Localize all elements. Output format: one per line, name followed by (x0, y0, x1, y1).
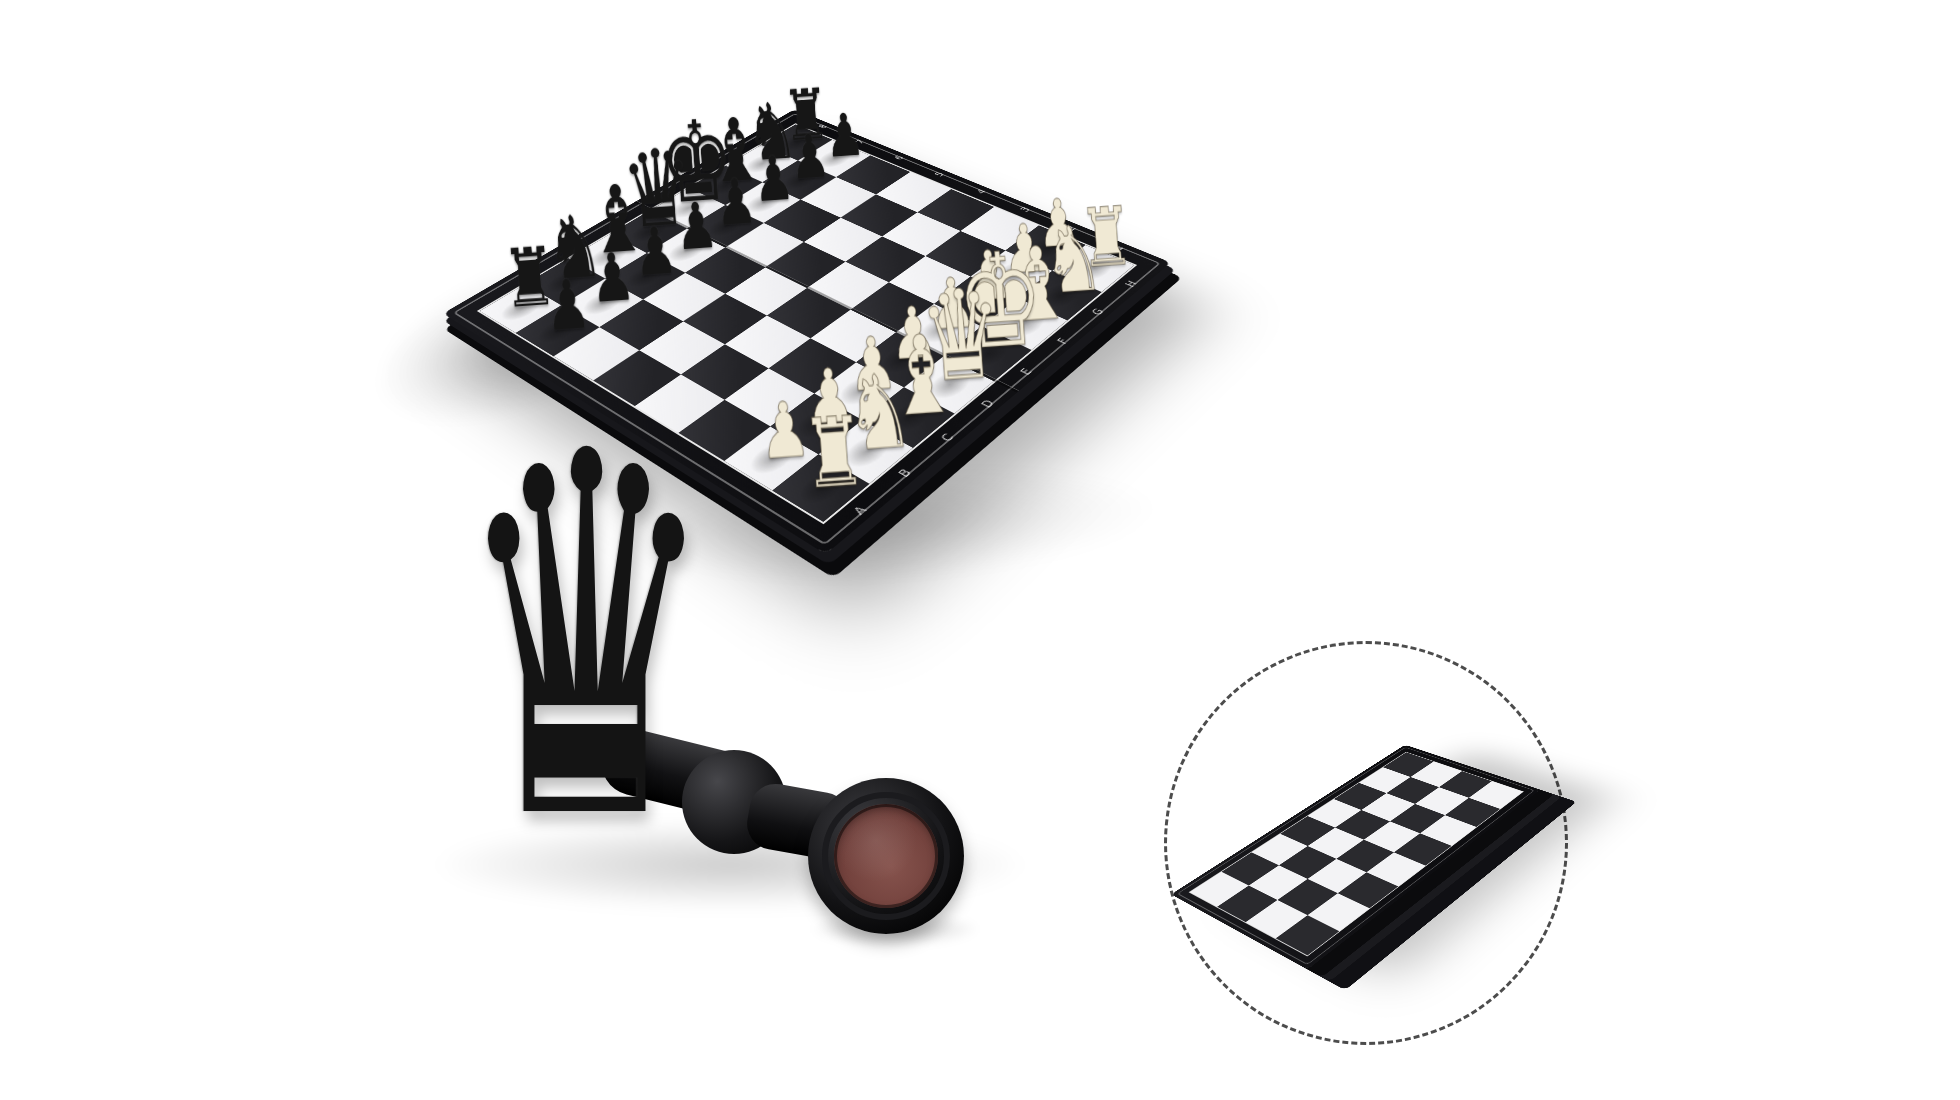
file-label-d: D (977, 397, 999, 411)
file-label-g: G (1088, 306, 1109, 318)
piece-black-pawn-a7: ♟ (543, 274, 592, 340)
square-g5 (841, 194, 918, 236)
folded-square (1367, 852, 1426, 886)
piece-black-pawn-e7: ♟ (714, 173, 759, 233)
file-label-h: H (1121, 278, 1141, 290)
folded-square (1308, 859, 1367, 893)
folded-board-inset (1150, 634, 1590, 1064)
closeup-black-queen: ♛ (456, 388, 688, 888)
folded-square (1279, 846, 1336, 879)
rank-label-5: 5 (932, 171, 946, 178)
closeup-pieces: ♛ (430, 420, 1010, 960)
folded-board (1171, 745, 1540, 970)
piece-black-pawn-c7: ♟ (632, 221, 679, 284)
piece-black-pawn-g7: ♟ (788, 129, 831, 187)
magnetic-felt-base (834, 804, 938, 908)
folded-square (1246, 900, 1308, 938)
piece-black-pawn-h7: ♟ (824, 108, 867, 165)
folded-square (1217, 886, 1277, 923)
folded-square (1190, 872, 1249, 907)
folded-square (1249, 865, 1308, 900)
piece-black-pawn-b7: ♟ (589, 247, 637, 311)
folded-square (1276, 915, 1340, 955)
folded-square (1394, 833, 1452, 865)
rank-label-6: 6 (892, 154, 906, 161)
folded-board-frame (1171, 745, 1540, 970)
file-label-e: E (1015, 365, 1037, 379)
folded-square (1336, 840, 1394, 873)
piece-black-pawn-f7: ♟ (752, 151, 796, 210)
folded-board-grid (1190, 752, 1523, 955)
folded-square (1277, 879, 1337, 915)
file-label-f: F (1052, 335, 1073, 348)
folded-square (1338, 872, 1398, 908)
piece-black-pawn-d7: ♟ (674, 197, 720, 258)
product-photo-canvas: ♜♞♝♛♚♝♞♜♟♟♟♟♟♟♟♟♟♟♟♟♟♟♟♟♜♞♝♛♚♝♞♜ ABCDEFG… (0, 0, 1960, 1100)
folded-square (1308, 893, 1370, 931)
rank-label-4: 4 (974, 188, 989, 195)
folded-board-scene (1125, 609, 1614, 1089)
folded-square (1222, 852, 1279, 885)
